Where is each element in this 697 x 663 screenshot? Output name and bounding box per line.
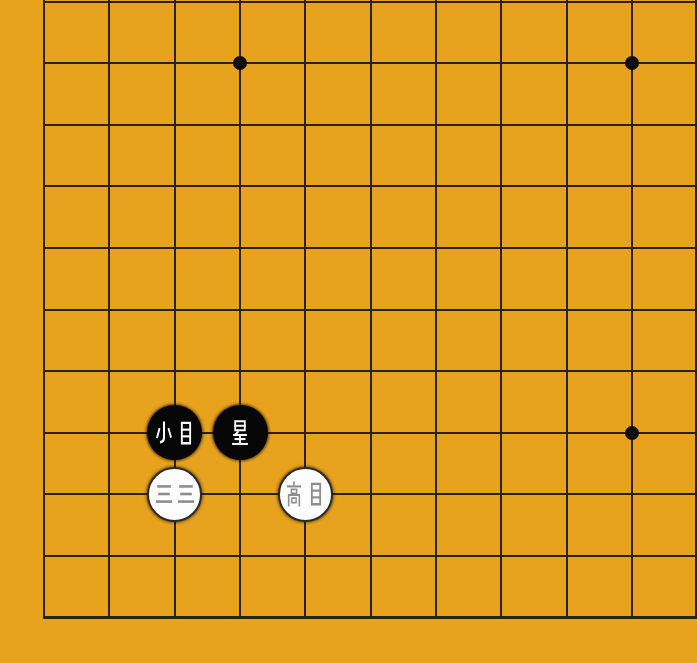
kanji-glyph: [306, 481, 326, 507]
go-board-diagram: [0, 0, 697, 663]
stone-white-5-3[interactable]: [278, 467, 333, 522]
kanji-glyph: [176, 481, 196, 507]
kanji-glyph: [154, 481, 174, 507]
kanji-glyph: [284, 481, 304, 507]
stone-white-3-3[interactable]: [147, 467, 202, 522]
stone-black-3-4[interactable]: [147, 405, 202, 460]
star-point: [233, 56, 247, 70]
star-point: [625, 426, 639, 440]
kanji-glyph: [228, 419, 252, 447]
kanji-glyph: [176, 420, 196, 446]
kanji-glyph: [154, 420, 174, 446]
stone-black-4-4[interactable]: [213, 405, 268, 460]
star-point: [625, 56, 639, 70]
go-board[interactable]: [11, 0, 697, 648]
